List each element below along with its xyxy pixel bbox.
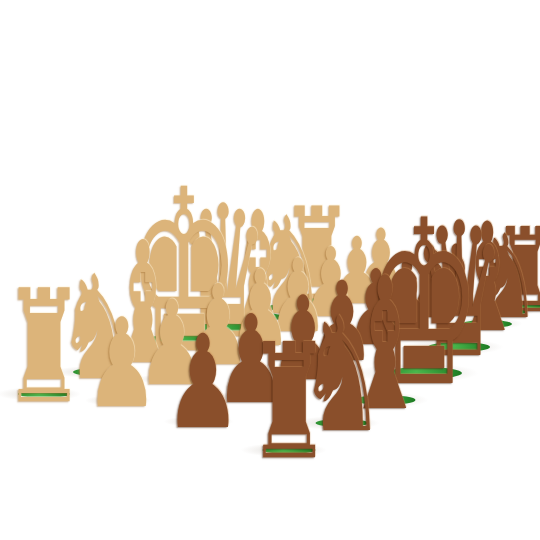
dark-pawn-1-glyph: ♟ bbox=[165, 318, 241, 447]
light-pawn-1-glyph: ♟ bbox=[86, 302, 159, 425]
light-rook-a-glyph: ♜ bbox=[3, 269, 84, 425]
dark-rook-a-glyph: ♜ bbox=[248, 322, 331, 481]
chess-set-photo: ♟♟♜♟♜♞♞♟♟♝♝♟♟♛♚♟♟♛♝♟♟♞♚♟♟♜♟♝♟♟♞♜ bbox=[0, 0, 540, 540]
